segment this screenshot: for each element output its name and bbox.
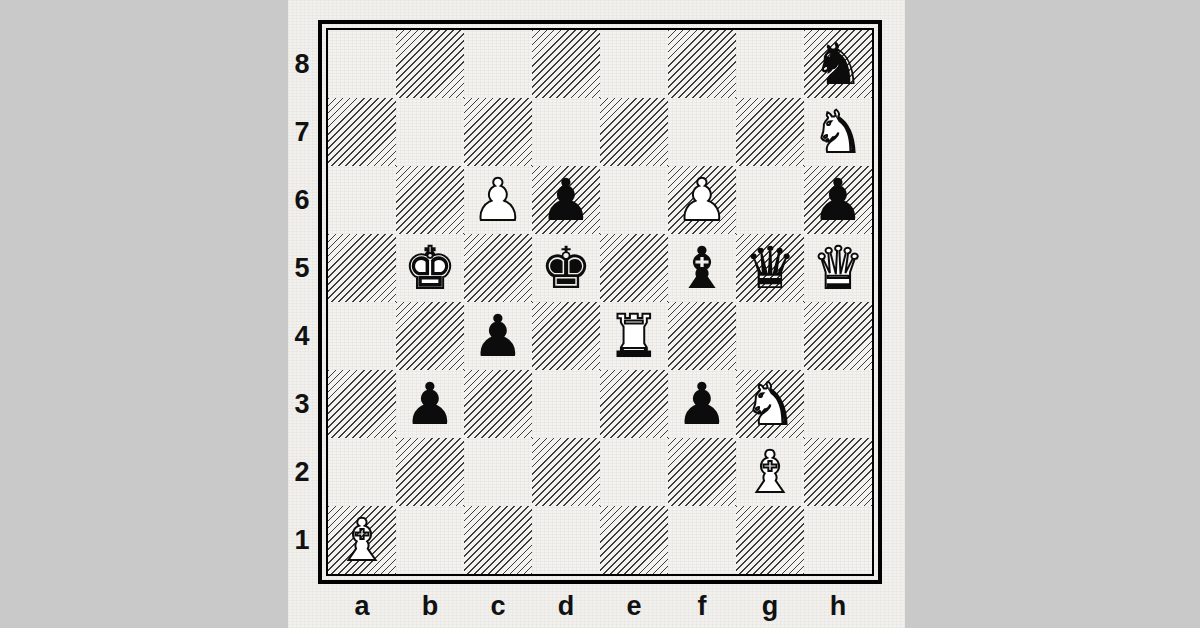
- piece-black-pawn: ♟: [532, 166, 600, 234]
- piece-white-pawn: ♟: [668, 166, 736, 234]
- board-frame: ♞♞♟♟♟♟♚♚♝♛♛♟♜♟♟♞♝♝: [318, 20, 882, 584]
- square-f3[interactable]: ♟: [668, 370, 736, 438]
- square-g3[interactable]: ♞: [736, 370, 804, 438]
- file-label-g: g: [736, 590, 804, 622]
- rank-labels: 87654321: [288, 30, 316, 574]
- square-e1[interactable]: [600, 506, 668, 574]
- rank-label-5: 5: [288, 234, 316, 302]
- rank-label-8: 8: [288, 30, 316, 98]
- square-h8[interactable]: ♞: [804, 30, 872, 98]
- white-king-glyph: ♚: [404, 234, 456, 302]
- white-queen-glyph: ♛: [812, 234, 864, 302]
- square-d8[interactable]: [532, 30, 600, 98]
- square-b5[interactable]: ♚: [396, 234, 464, 302]
- square-c5[interactable]: [464, 234, 532, 302]
- square-h5[interactable]: ♛: [804, 234, 872, 302]
- square-f8[interactable]: [668, 30, 736, 98]
- piece-black-knight: ♞: [804, 30, 872, 98]
- file-label-d: d: [532, 590, 600, 622]
- file-labels: abcdefgh: [328, 590, 872, 622]
- white-pawn-glyph: ♟: [676, 166, 728, 234]
- square-a2[interactable]: [328, 438, 396, 506]
- black-pawn-glyph: ♟: [404, 370, 456, 438]
- square-a7[interactable]: [328, 98, 396, 166]
- square-d7[interactable]: [532, 98, 600, 166]
- file-label-e: e: [600, 590, 668, 622]
- black-knight-glyph: ♞: [812, 30, 864, 98]
- square-a1[interactable]: ♝: [328, 506, 396, 574]
- rank-label-4: 4: [288, 302, 316, 370]
- square-b4[interactable]: [396, 302, 464, 370]
- square-d2[interactable]: [532, 438, 600, 506]
- piece-black-pawn: ♟: [396, 370, 464, 438]
- square-e4[interactable]: ♜: [600, 302, 668, 370]
- square-d6[interactable]: ♟: [532, 166, 600, 234]
- square-d3[interactable]: [532, 370, 600, 438]
- square-f2[interactable]: [668, 438, 736, 506]
- rank-label-7: 7: [288, 98, 316, 166]
- square-h2[interactable]: [804, 438, 872, 506]
- square-e7[interactable]: [600, 98, 668, 166]
- square-g8[interactable]: [736, 30, 804, 98]
- piece-white-king: ♚: [396, 234, 464, 302]
- square-b3[interactable]: ♟: [396, 370, 464, 438]
- square-g1[interactable]: [736, 506, 804, 574]
- black-king-glyph: ♚: [540, 234, 592, 302]
- white-rook-glyph: ♜: [608, 302, 660, 370]
- piece-white-knight: ♞: [736, 370, 804, 438]
- square-g5[interactable]: ♛: [736, 234, 804, 302]
- file-label-a: a: [328, 590, 396, 622]
- diagram-paper: 87654321 ♞♞♟♟♟♟♚♚♝♛♛♟♜♟♟♞♝♝ abcdefgh: [288, 0, 905, 628]
- square-b7[interactable]: [396, 98, 464, 166]
- square-h3[interactable]: [804, 370, 872, 438]
- white-knight-glyph: ♞: [812, 98, 864, 166]
- white-bishop-glyph: ♝: [336, 506, 388, 574]
- board-inner-frame: ♞♞♟♟♟♟♚♚♝♛♛♟♜♟♟♞♝♝: [326, 28, 874, 576]
- rank-label-2: 2: [288, 438, 316, 506]
- square-a5[interactable]: [328, 234, 396, 302]
- square-a3[interactable]: [328, 370, 396, 438]
- square-e3[interactable]: [600, 370, 668, 438]
- square-g6[interactable]: [736, 166, 804, 234]
- piece-black-pawn: ♟: [804, 166, 872, 234]
- square-f5[interactable]: ♝: [668, 234, 736, 302]
- black-pawn-glyph: ♟: [812, 166, 864, 234]
- square-h7[interactable]: ♞: [804, 98, 872, 166]
- file-label-c: c: [464, 590, 532, 622]
- square-c8[interactable]: [464, 30, 532, 98]
- square-e5[interactable]: [600, 234, 668, 302]
- square-f1[interactable]: [668, 506, 736, 574]
- square-g2[interactable]: ♝: [736, 438, 804, 506]
- black-pawn-glyph: ♟: [540, 166, 592, 234]
- square-a6[interactable]: [328, 166, 396, 234]
- square-a4[interactable]: [328, 302, 396, 370]
- square-f7[interactable]: [668, 98, 736, 166]
- piece-white-bishop: ♝: [736, 438, 804, 506]
- file-label-b: b: [396, 590, 464, 622]
- piece-black-pawn: ♟: [464, 302, 532, 370]
- square-d4[interactable]: [532, 302, 600, 370]
- white-pawn-glyph: ♟: [472, 166, 524, 234]
- square-h6[interactable]: ♟: [804, 166, 872, 234]
- piece-black-king: ♚: [532, 234, 600, 302]
- board-grid: ♞♞♟♟♟♟♚♚♝♛♛♟♜♟♟♞♝♝: [328, 30, 872, 574]
- piece-white-rook: ♜: [600, 302, 668, 370]
- square-b2[interactable]: [396, 438, 464, 506]
- piece-black-pawn: ♟: [668, 370, 736, 438]
- black-pawn-glyph: ♟: [472, 302, 524, 370]
- square-c3[interactable]: [464, 370, 532, 438]
- piece-white-queen: ♛: [804, 234, 872, 302]
- black-bishop-glyph: ♝: [676, 234, 728, 302]
- file-label-h: h: [804, 590, 872, 622]
- square-c6[interactable]: ♟: [464, 166, 532, 234]
- piece-white-knight: ♞: [804, 98, 872, 166]
- white-knight-glyph: ♞: [744, 370, 796, 438]
- square-b8[interactable]: [396, 30, 464, 98]
- piece-black-bishop: ♝: [668, 234, 736, 302]
- square-a8[interactable]: [328, 30, 396, 98]
- square-d5[interactable]: ♚: [532, 234, 600, 302]
- square-b6[interactable]: [396, 166, 464, 234]
- square-f4[interactable]: [668, 302, 736, 370]
- square-e6[interactable]: [600, 166, 668, 234]
- rank-label-1: 1: [288, 506, 316, 574]
- square-g4[interactable]: [736, 302, 804, 370]
- rank-label-3: 3: [288, 370, 316, 438]
- piece-white-pawn: ♟: [464, 166, 532, 234]
- piece-black-queen: ♛: [736, 234, 804, 302]
- square-g7[interactable]: [736, 98, 804, 166]
- square-h1[interactable]: [804, 506, 872, 574]
- white-bishop-glyph: ♝: [744, 438, 796, 506]
- square-f6[interactable]: ♟: [668, 166, 736, 234]
- square-b1[interactable]: [396, 506, 464, 574]
- square-c7[interactable]: [464, 98, 532, 166]
- file-label-f: f: [668, 590, 736, 622]
- page: 87654321 ♞♞♟♟♟♟♚♚♝♛♛♟♜♟♟♞♝♝ abcdefgh: [0, 0, 1200, 628]
- square-d1[interactable]: [532, 506, 600, 574]
- piece-white-bishop: ♝: [328, 506, 396, 574]
- black-queen-glyph: ♛: [744, 234, 796, 302]
- square-c4[interactable]: ♟: [464, 302, 532, 370]
- black-pawn-glyph: ♟: [676, 370, 728, 438]
- square-c1[interactable]: [464, 506, 532, 574]
- square-c2[interactable]: [464, 438, 532, 506]
- square-h4[interactable]: [804, 302, 872, 370]
- square-e2[interactable]: [600, 438, 668, 506]
- rank-label-6: 6: [288, 166, 316, 234]
- square-e8[interactable]: [600, 30, 668, 98]
